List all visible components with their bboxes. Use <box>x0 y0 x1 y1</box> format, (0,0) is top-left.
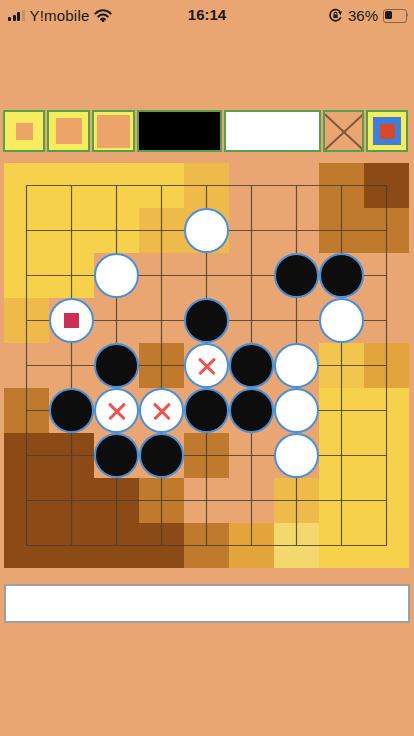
status-bar: Y!mobile 16:14 36% <box>0 0 414 30</box>
white-stone[interactable] <box>274 433 319 478</box>
white-stone[interactable] <box>184 208 229 253</box>
x-mark-icon <box>150 399 174 423</box>
black-stone[interactable] <box>139 433 184 478</box>
square-mark-icon <box>64 313 79 328</box>
black-stone[interactable] <box>184 388 229 433</box>
white-stone[interactable] <box>94 388 139 433</box>
black-stone[interactable] <box>94 343 139 388</box>
battery-percent-label: 36% <box>348 7 378 24</box>
phone-screen: Y!mobile 16:14 36% <box>0 0 414 736</box>
white-stone[interactable] <box>184 343 229 388</box>
territory-medium-button[interactable] <box>47 110 90 152</box>
red-blue-square-icon <box>373 117 401 145</box>
x-mark-icon <box>105 399 129 423</box>
large-orange-square-icon <box>97 115 130 148</box>
white-stone-tool-button[interactable] <box>224 110 321 152</box>
black-stone[interactable] <box>229 388 274 433</box>
black-stone[interactable] <box>319 253 364 298</box>
white-stone[interactable] <box>49 298 94 343</box>
marker-tool-button[interactable] <box>366 110 408 152</box>
comment-input[interactable] <box>4 584 410 623</box>
medium-orange-square-icon <box>56 118 82 144</box>
x-mark-icon <box>195 354 219 378</box>
black-stone[interactable] <box>229 343 274 388</box>
go-board[interactable] <box>4 163 409 568</box>
black-stone[interactable] <box>49 388 94 433</box>
tool-palette <box>3 110 408 152</box>
status-right-cluster: 36% <box>328 5 408 25</box>
white-stone[interactable] <box>139 388 184 433</box>
white-stone[interactable] <box>319 298 364 343</box>
white-stone[interactable] <box>274 388 319 433</box>
territory-small-button[interactable] <box>3 110 45 152</box>
white-stone[interactable] <box>94 253 139 298</box>
clear-tool-button[interactable] <box>323 110 364 152</box>
small-orange-square-icon <box>16 123 33 140</box>
black-stone[interactable] <box>94 433 139 478</box>
x-cross-icon <box>325 112 362 150</box>
black-stone[interactable] <box>274 253 319 298</box>
orientation-lock-icon <box>328 8 343 23</box>
white-stone[interactable] <box>274 343 319 388</box>
territory-large-button[interactable] <box>92 110 135 152</box>
black-stone[interactable] <box>184 298 229 343</box>
battery-icon <box>383 9 408 21</box>
black-stone-tool-button[interactable] <box>137 110 222 152</box>
